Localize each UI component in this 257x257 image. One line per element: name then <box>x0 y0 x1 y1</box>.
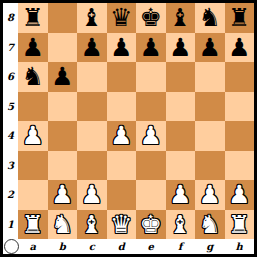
square-b5[interactable] <box>48 92 78 122</box>
white-pawn-icon: ♟ <box>110 121 132 150</box>
square-d2[interactable] <box>107 180 137 210</box>
square-g3[interactable] <box>195 151 225 181</box>
square-a7[interactable]: ♟ <box>18 33 48 63</box>
rank-label-2: 2 <box>3 180 18 210</box>
file-label-f: f <box>166 239 196 254</box>
board-corner-cell <box>3 239 18 254</box>
square-f8[interactable]: ♝ <box>166 3 196 33</box>
black-pawn-icon: ♟ <box>81 33 103 62</box>
white-rook-icon: ♜ <box>22 210 44 239</box>
square-g4[interactable] <box>195 121 225 151</box>
square-f2[interactable]: ♟ <box>166 180 196 210</box>
rank-label-7: 7 <box>3 33 18 63</box>
square-b7[interactable] <box>48 33 78 63</box>
rank-label-6: 6 <box>3 62 18 92</box>
rank-label-1: 1 <box>3 210 18 240</box>
black-pawn-icon: ♟ <box>199 33 221 62</box>
square-e2[interactable] <box>136 180 166 210</box>
rank-label-8: 8 <box>3 3 18 33</box>
square-c1[interactable]: ♝ <box>77 210 107 240</box>
chess-board-diagram: 8♜♝♛♚♝♞♜7♟♟♟♟♟♟♟6♞♟54♟♟♟32♟♟♟♟♟1♜♞♝♛♚♝♞♜… <box>0 0 257 257</box>
black-pawn-icon: ♟ <box>51 62 73 91</box>
rank-label-4: 4 <box>3 121 18 151</box>
rank-label-3: 3 <box>3 151 18 181</box>
square-c3[interactable] <box>77 151 107 181</box>
square-c7[interactable]: ♟ <box>77 33 107 63</box>
square-a2[interactable] <box>18 180 48 210</box>
square-c4[interactable] <box>77 121 107 151</box>
white-pawn-icon: ♟ <box>140 121 162 150</box>
square-b4[interactable] <box>48 121 78 151</box>
black-bishop-icon: ♝ <box>169 3 191 32</box>
square-e6[interactable] <box>136 62 166 92</box>
square-a8[interactable]: ♜ <box>18 3 48 33</box>
file-label-h: h <box>225 239 255 254</box>
square-h1[interactable]: ♜ <box>225 210 255 240</box>
square-c6[interactable] <box>77 62 107 92</box>
black-rook-icon: ♜ <box>22 3 44 32</box>
square-b8[interactable] <box>48 3 78 33</box>
black-pawn-icon: ♟ <box>140 33 162 62</box>
black-pawn-icon: ♟ <box>22 33 44 62</box>
black-rook-icon: ♜ <box>228 3 250 32</box>
white-rook-icon: ♜ <box>228 210 250 239</box>
square-h7[interactable]: ♟ <box>225 33 255 63</box>
square-e1[interactable]: ♚ <box>136 210 166 240</box>
square-f3[interactable] <box>166 151 196 181</box>
black-pawn-icon: ♟ <box>110 33 132 62</box>
square-d1[interactable]: ♛ <box>107 210 137 240</box>
square-a1[interactable]: ♜ <box>18 210 48 240</box>
square-a6[interactable]: ♞ <box>18 62 48 92</box>
square-g5[interactable] <box>195 92 225 122</box>
square-d3[interactable] <box>107 151 137 181</box>
square-f1[interactable]: ♝ <box>166 210 196 240</box>
file-label-a: a <box>18 239 48 254</box>
square-c2[interactable]: ♟ <box>77 180 107 210</box>
square-d5[interactable] <box>107 92 137 122</box>
file-label-c: c <box>77 239 107 254</box>
white-king-icon: ♚ <box>140 210 162 239</box>
square-g1[interactable]: ♞ <box>195 210 225 240</box>
square-c8[interactable]: ♝ <box>77 3 107 33</box>
square-b2[interactable]: ♟ <box>48 180 78 210</box>
square-f4[interactable] <box>166 121 196 151</box>
square-g8[interactable]: ♞ <box>195 3 225 33</box>
square-h3[interactable] <box>225 151 255 181</box>
white-pawn-icon: ♟ <box>169 180 191 209</box>
square-a5[interactable] <box>18 92 48 122</box>
white-knight-icon: ♞ <box>51 210 73 239</box>
black-king-icon: ♚ <box>140 3 162 32</box>
black-bishop-icon: ♝ <box>81 3 103 32</box>
square-g6[interactable] <box>195 62 225 92</box>
square-h5[interactable] <box>225 92 255 122</box>
square-e8[interactable]: ♚ <box>136 3 166 33</box>
file-label-d: d <box>107 239 137 254</box>
rank-label-5: 5 <box>3 92 18 122</box>
white-bishop-icon: ♝ <box>81 210 103 239</box>
square-b6[interactable]: ♟ <box>48 62 78 92</box>
square-a3[interactable] <box>18 151 48 181</box>
square-f6[interactable] <box>166 62 196 92</box>
square-e4[interactable]: ♟ <box>136 121 166 151</box>
square-g7[interactable]: ♟ <box>195 33 225 63</box>
square-a4[interactable]: ♟ <box>18 121 48 151</box>
square-f5[interactable] <box>166 92 196 122</box>
square-h6[interactable] <box>225 62 255 92</box>
black-knight-icon: ♞ <box>199 3 221 32</box>
white-bishop-icon: ♝ <box>169 210 191 239</box>
square-c5[interactable] <box>77 92 107 122</box>
white-knight-icon: ♞ <box>199 210 221 239</box>
black-pawn-icon: ♟ <box>228 33 250 62</box>
square-g2[interactable]: ♟ <box>195 180 225 210</box>
square-d7[interactable]: ♟ <box>107 33 137 63</box>
file-label-g: g <box>195 239 225 254</box>
white-pawn-icon: ♟ <box>81 180 103 209</box>
square-h8[interactable]: ♜ <box>225 3 255 33</box>
white-pawn-icon: ♟ <box>51 180 73 209</box>
file-label-b: b <box>48 239 78 254</box>
white-pawn-icon: ♟ <box>22 121 44 150</box>
square-e3[interactable] <box>136 151 166 181</box>
file-label-e: e <box>136 239 166 254</box>
white-queen-icon: ♛ <box>110 210 132 239</box>
white-pawn-icon: ♟ <box>199 180 221 209</box>
black-knight-icon: ♞ <box>22 62 44 91</box>
square-d6[interactable] <box>107 62 137 92</box>
square-b1[interactable]: ♞ <box>48 210 78 240</box>
black-pawn-icon: ♟ <box>169 33 191 62</box>
black-queen-icon: ♛ <box>110 3 132 32</box>
square-d4[interactable]: ♟ <box>107 121 137 151</box>
square-h4[interactable] <box>225 121 255 151</box>
square-h2[interactable]: ♟ <box>225 180 255 210</box>
square-b3[interactable] <box>48 151 78 181</box>
white-to-move-indicator-icon <box>4 239 19 254</box>
square-d8[interactable]: ♛ <box>107 3 137 33</box>
white-pawn-icon: ♟ <box>228 180 250 209</box>
square-e5[interactable] <box>136 92 166 122</box>
square-e7[interactable]: ♟ <box>136 33 166 63</box>
square-f7[interactable]: ♟ <box>166 33 196 63</box>
